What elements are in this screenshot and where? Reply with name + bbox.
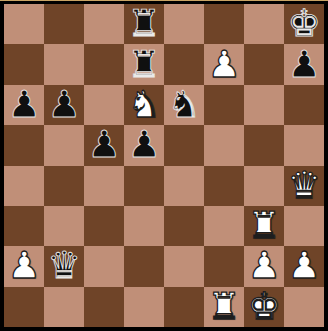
square-f3[interactable]	[204, 206, 244, 246]
square-c7[interactable]	[84, 44, 124, 84]
square-h8[interactable]: ♚	[284, 4, 324, 44]
square-e4[interactable]	[164, 166, 204, 206]
square-e3[interactable]	[164, 206, 204, 246]
piece-white-rook[interactable]: ♜	[207, 287, 240, 327]
square-a5[interactable]	[4, 125, 44, 165]
square-h5[interactable]	[284, 125, 324, 165]
square-b5[interactable]	[44, 125, 84, 165]
square-d7[interactable]: ♜	[124, 44, 164, 84]
square-a2[interactable]: ♟	[4, 246, 44, 286]
square-c2[interactable]	[84, 246, 124, 286]
square-e2[interactable]	[164, 246, 204, 286]
square-e7[interactable]	[164, 44, 204, 84]
square-d4[interactable]	[124, 166, 164, 206]
square-f1[interactable]: ♜	[204, 287, 244, 327]
square-c6[interactable]	[84, 85, 124, 125]
square-b8[interactable]	[44, 4, 84, 44]
square-h7[interactable]: ♟	[284, 44, 324, 84]
square-e5[interactable]	[164, 125, 204, 165]
piece-white-queen[interactable]: ♛	[287, 166, 320, 206]
piece-black-pawn[interactable]: ♟	[87, 125, 120, 165]
piece-white-pawn[interactable]: ♟	[247, 246, 280, 286]
square-b2[interactable]: ♛	[44, 246, 84, 286]
square-a1[interactable]	[4, 287, 44, 327]
square-h6[interactable]	[284, 85, 324, 125]
square-d1[interactable]	[124, 287, 164, 327]
square-g2[interactable]: ♟	[244, 246, 284, 286]
square-b7[interactable]	[44, 44, 84, 84]
square-b6[interactable]: ♟	[44, 85, 84, 125]
square-g5[interactable]	[244, 125, 284, 165]
square-f6[interactable]	[204, 85, 244, 125]
piece-white-pawn[interactable]: ♟	[7, 246, 40, 286]
square-d2[interactable]	[124, 246, 164, 286]
square-f5[interactable]	[204, 125, 244, 165]
piece-black-pawn[interactable]: ♟	[7, 85, 40, 125]
square-f8[interactable]	[204, 4, 244, 44]
square-d6[interactable]: ♞	[124, 85, 164, 125]
square-g6[interactable]	[244, 85, 284, 125]
square-g7[interactable]	[244, 44, 284, 84]
square-f4[interactable]	[204, 166, 244, 206]
piece-white-pawn[interactable]: ♟	[207, 45, 240, 85]
square-g4[interactable]	[244, 166, 284, 206]
piece-black-pawn[interactable]: ♟	[287, 45, 320, 85]
piece-black-pawn[interactable]: ♟	[127, 125, 160, 165]
square-a4[interactable]	[4, 166, 44, 206]
square-f7[interactable]: ♟	[204, 44, 244, 84]
square-c8[interactable]	[84, 4, 124, 44]
square-a7[interactable]	[4, 44, 44, 84]
piece-white-pawn[interactable]: ♟	[287, 246, 320, 286]
square-c3[interactable]	[84, 206, 124, 246]
square-d3[interactable]	[124, 206, 164, 246]
square-e6[interactable]: ♞	[164, 85, 204, 125]
square-a8[interactable]	[4, 4, 44, 44]
piece-black-king[interactable]: ♚	[287, 4, 320, 44]
square-f2[interactable]	[204, 246, 244, 286]
piece-black-queen[interactable]: ♛	[47, 246, 80, 286]
chess-board: ♜♚♜♟♟♟♟♞♞♟♟♛♜♟♛♟♟♜♚	[0, 0, 328, 331]
square-e1[interactable]	[164, 287, 204, 327]
square-c1[interactable]	[84, 287, 124, 327]
square-h3[interactable]	[284, 206, 324, 246]
square-d8[interactable]: ♜	[124, 4, 164, 44]
square-h4[interactable]: ♛	[284, 166, 324, 206]
square-a3[interactable]	[4, 206, 44, 246]
square-e8[interactable]	[164, 4, 204, 44]
square-g8[interactable]	[244, 4, 284, 44]
board-grid: ♜♚♜♟♟♟♟♞♞♟♟♛♜♟♛♟♟♜♚	[4, 4, 324, 327]
piece-white-knight[interactable]: ♞	[127, 85, 160, 125]
square-d5[interactable]: ♟	[124, 125, 164, 165]
piece-black-knight[interactable]: ♞	[167, 85, 200, 125]
square-h2[interactable]: ♟	[284, 246, 324, 286]
square-g1[interactable]: ♚	[244, 287, 284, 327]
piece-white-king[interactable]: ♚	[247, 287, 280, 327]
square-g3[interactable]: ♜	[244, 206, 284, 246]
square-b4[interactable]	[44, 166, 84, 206]
piece-black-rook[interactable]: ♜	[127, 4, 160, 44]
square-b3[interactable]	[44, 206, 84, 246]
square-h1[interactable]	[284, 287, 324, 327]
square-c5[interactable]: ♟	[84, 125, 124, 165]
square-c4[interactable]	[84, 166, 124, 206]
piece-black-pawn[interactable]: ♟	[47, 85, 80, 125]
window-edge-line	[0, 0, 328, 1]
square-a6[interactable]: ♟	[4, 85, 44, 125]
square-b1[interactable]	[44, 287, 84, 327]
piece-white-rook[interactable]: ♜	[247, 206, 280, 246]
piece-black-rook[interactable]: ♜	[127, 45, 160, 85]
